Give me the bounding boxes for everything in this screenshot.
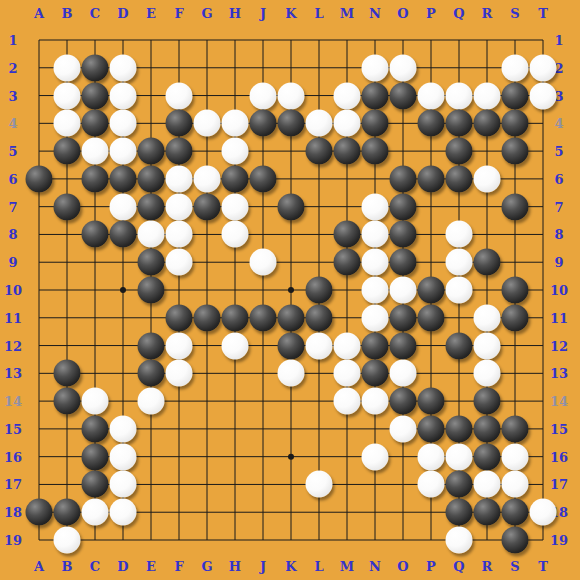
white-stone-B4: [54, 110, 81, 137]
white-stone-P17: [418, 471, 445, 498]
black-stone-R14: [474, 388, 501, 415]
black-stone-C15: [82, 415, 109, 442]
black-stone-Q18: [446, 499, 473, 526]
black-stone-K12: [278, 332, 305, 359]
white-stone-P3: [418, 82, 445, 109]
white-stone-R12: [474, 332, 501, 359]
black-stone-L10: [306, 277, 333, 304]
white-stone-R11: [474, 304, 501, 331]
black-stone-Q12: [446, 332, 473, 359]
black-stone-C16: [82, 443, 109, 470]
white-stone-G4: [194, 110, 221, 137]
black-stone-K11: [278, 304, 305, 331]
row-label-left: 7: [8, 200, 17, 213]
white-stone-J9: [250, 249, 277, 276]
white-stone-Q8: [446, 221, 473, 248]
black-stone-A18: [26, 499, 53, 526]
white-stone-L4: [306, 110, 333, 137]
white-stone-K3: [278, 82, 305, 109]
white-stone-J3: [250, 82, 277, 109]
white-stone-T3: [530, 82, 557, 109]
black-stone-E13: [138, 360, 165, 387]
black-stone-P10: [418, 277, 445, 304]
black-stone-D8: [110, 221, 137, 248]
row-label-right: 6: [554, 172, 563, 185]
column-label-bottom: K: [285, 560, 296, 573]
row-label-left: 1: [8, 34, 17, 47]
black-stone-Q17: [446, 471, 473, 498]
column-label-bottom: B: [62, 560, 73, 573]
white-stone-D17: [110, 471, 137, 498]
black-stone-L11: [306, 304, 333, 331]
row-label-left: 5: [8, 145, 17, 158]
black-stone-E10: [138, 277, 165, 304]
white-stone-R13: [474, 360, 501, 387]
white-stone-S2: [502, 54, 529, 81]
black-stone-O9: [390, 249, 417, 276]
black-stone-R9: [474, 249, 501, 276]
white-stone-T2: [530, 54, 557, 81]
black-stone-R18: [474, 499, 501, 526]
white-stone-B3: [54, 82, 81, 109]
white-stone-N11: [362, 304, 389, 331]
row-label-left: 6: [8, 172, 17, 185]
row-label-left: 10: [4, 284, 22, 297]
column-label-bottom: R: [482, 560, 493, 573]
white-stone-G6: [194, 165, 221, 192]
black-stone-M8: [334, 221, 361, 248]
row-label-left: 13: [4, 367, 22, 380]
row-label-right: 9: [554, 256, 563, 269]
row-label-right: 5: [554, 145, 563, 158]
white-stone-K13: [278, 360, 305, 387]
black-stone-C17: [82, 471, 109, 498]
star-point: [288, 454, 294, 460]
white-stone-D2: [110, 54, 137, 81]
black-stone-P6: [418, 165, 445, 192]
column-label-top: F: [174, 7, 183, 20]
white-stone-H8: [222, 221, 249, 248]
black-stone-R16: [474, 443, 501, 470]
column-label-bottom: N: [369, 560, 381, 573]
black-stone-J6: [250, 165, 277, 192]
black-stone-J4: [250, 110, 277, 137]
row-label-left: 11: [4, 311, 22, 324]
white-stone-D15: [110, 415, 137, 442]
column-label-bottom: E: [146, 560, 156, 573]
row-label-left: 15: [4, 422, 22, 435]
row-label-left: 3: [8, 89, 17, 102]
white-stone-F7: [166, 193, 193, 220]
white-stone-C14: [82, 388, 109, 415]
white-stone-D16: [110, 443, 137, 470]
white-stone-C18: [82, 499, 109, 526]
white-stone-H4: [222, 110, 249, 137]
black-stone-F5: [166, 138, 193, 165]
row-label-right: 11: [550, 311, 568, 324]
white-stone-C5: [82, 138, 109, 165]
column-label-top: C: [90, 7, 100, 20]
row-label-left: 19: [4, 534, 22, 547]
row-label-right: 8: [554, 228, 563, 241]
column-label-top: Q: [453, 7, 464, 20]
star-point: [288, 287, 294, 293]
black-stone-C2: [82, 54, 109, 81]
row-label-right: 12: [550, 339, 568, 352]
black-stone-P4: [418, 110, 445, 137]
white-stone-N2: [362, 54, 389, 81]
column-label-top: O: [397, 7, 408, 20]
black-stone-P14: [418, 388, 445, 415]
column-label-bottom: D: [117, 560, 128, 573]
column-label-top: J: [260, 7, 266, 20]
black-stone-S7: [502, 193, 529, 220]
black-stone-N13: [362, 360, 389, 387]
white-stone-N14: [362, 388, 389, 415]
black-stone-S5: [502, 138, 529, 165]
black-stone-N4: [362, 110, 389, 137]
black-stone-O12: [390, 332, 417, 359]
black-stone-S11: [502, 304, 529, 331]
white-stone-O15: [390, 415, 417, 442]
black-stone-K7: [278, 193, 305, 220]
column-label-top: G: [201, 7, 212, 20]
black-stone-S4: [502, 110, 529, 137]
white-stone-O10: [390, 277, 417, 304]
black-stone-D6: [110, 165, 137, 192]
white-stone-N9: [362, 249, 389, 276]
column-label-bottom: M: [340, 560, 354, 573]
black-stone-N3: [362, 82, 389, 109]
black-stone-N5: [362, 138, 389, 165]
black-stone-O8: [390, 221, 417, 248]
row-label-right: 4: [554, 117, 563, 130]
white-stone-D7: [110, 193, 137, 220]
white-stone-B19: [54, 527, 81, 554]
column-label-top: E: [146, 7, 156, 20]
white-stone-L17: [306, 471, 333, 498]
column-label-top: T: [538, 7, 548, 20]
white-stone-O13: [390, 360, 417, 387]
black-stone-S3: [502, 82, 529, 109]
white-stone-D3: [110, 82, 137, 109]
white-stone-D5: [110, 138, 137, 165]
black-stone-O6: [390, 165, 417, 192]
black-stone-B7: [54, 193, 81, 220]
black-stone-F11: [166, 304, 193, 331]
white-stone-E8: [138, 221, 165, 248]
black-stone-B13: [54, 360, 81, 387]
column-label-top: L: [314, 7, 323, 20]
column-label-top: S: [510, 7, 519, 20]
black-stone-E6: [138, 165, 165, 192]
black-stone-S15: [502, 415, 529, 442]
white-stone-D4: [110, 110, 137, 137]
black-stone-H6: [222, 165, 249, 192]
black-stone-R4: [474, 110, 501, 137]
row-label-left: 12: [4, 339, 22, 352]
row-label-left: 2: [8, 61, 17, 74]
column-label-bottom: J: [260, 560, 266, 573]
column-label-top: R: [482, 7, 493, 20]
black-stone-B18: [54, 499, 81, 526]
white-stone-O2: [390, 54, 417, 81]
black-stone-E9: [138, 249, 165, 276]
white-stone-F8: [166, 221, 193, 248]
row-label-right: 7: [554, 200, 563, 213]
row-label-right: 16: [550, 450, 568, 463]
white-stone-M4: [334, 110, 361, 137]
column-label-bottom: H: [229, 560, 241, 573]
white-stone-Q10: [446, 277, 473, 304]
white-stone-Q19: [446, 527, 473, 554]
column-label-top: M: [340, 7, 354, 20]
white-stone-Q16: [446, 443, 473, 470]
column-label-bottom: O: [397, 560, 408, 573]
row-label-left: 18: [4, 506, 22, 519]
white-stone-F6: [166, 165, 193, 192]
white-stone-N8: [362, 221, 389, 248]
column-label-bottom: C: [90, 560, 100, 573]
row-label-left: 4: [8, 117, 17, 130]
white-stone-H5: [222, 138, 249, 165]
row-label-left: 17: [4, 478, 22, 491]
black-stone-S10: [502, 277, 529, 304]
column-label-bottom: G: [201, 560, 212, 573]
white-stone-H7: [222, 193, 249, 220]
black-stone-C8: [82, 221, 109, 248]
black-stone-S18: [502, 499, 529, 526]
row-label-left: 16: [4, 450, 22, 463]
row-label-right: 15: [550, 422, 568, 435]
black-stone-K4: [278, 110, 305, 137]
white-stone-Q9: [446, 249, 473, 276]
black-stone-S19: [502, 527, 529, 554]
black-stone-M9: [334, 249, 361, 276]
black-stone-E12: [138, 332, 165, 359]
black-stone-G11: [194, 304, 221, 331]
black-stone-F4: [166, 110, 193, 137]
black-stone-O14: [390, 388, 417, 415]
white-stone-F12: [166, 332, 193, 359]
black-stone-E7: [138, 193, 165, 220]
white-stone-D18: [110, 499, 137, 526]
column-label-bottom: T: [538, 560, 548, 573]
column-label-top: D: [117, 7, 128, 20]
black-stone-N12: [362, 332, 389, 359]
black-stone-Q5: [446, 138, 473, 165]
black-stone-C3: [82, 82, 109, 109]
white-stone-N7: [362, 193, 389, 220]
white-stone-N10: [362, 277, 389, 304]
row-label-right: 14: [550, 395, 568, 408]
row-label-right: 13: [550, 367, 568, 380]
white-stone-F13: [166, 360, 193, 387]
column-label-top: K: [285, 7, 296, 20]
black-stone-A6: [26, 165, 53, 192]
column-label-top: H: [229, 7, 241, 20]
row-label-right: 19: [550, 534, 568, 547]
column-label-bottom: S: [510, 560, 519, 573]
white-stone-S17: [502, 471, 529, 498]
black-stone-O3: [390, 82, 417, 109]
row-label-left: 9: [8, 256, 17, 269]
black-stone-O7: [390, 193, 417, 220]
black-stone-E5: [138, 138, 165, 165]
white-stone-R17: [474, 471, 501, 498]
row-label-right: 17: [550, 478, 568, 491]
black-stone-B14: [54, 388, 81, 415]
white-stone-E14: [138, 388, 165, 415]
white-stone-M13: [334, 360, 361, 387]
column-label-bottom: F: [174, 560, 183, 573]
row-label-right: 1: [554, 34, 563, 47]
column-label-top: A: [34, 7, 44, 20]
black-stone-R15: [474, 415, 501, 442]
white-stone-T18: [530, 499, 557, 526]
go-board[interactable]: ABCDEFGHJKLMNOPQRSTABCDEFGHJKLMNOPQRST12…: [0, 0, 580, 580]
black-stone-P11: [418, 304, 445, 331]
black-stone-B5: [54, 138, 81, 165]
white-stone-M3: [334, 82, 361, 109]
black-stone-J11: [250, 304, 277, 331]
black-stone-C4: [82, 110, 109, 137]
white-stone-N16: [362, 443, 389, 470]
black-stone-O11: [390, 304, 417, 331]
white-stone-P16: [418, 443, 445, 470]
black-stone-L5: [306, 138, 333, 165]
column-label-bottom: P: [426, 560, 436, 573]
white-stone-M14: [334, 388, 361, 415]
black-stone-H11: [222, 304, 249, 331]
column-label-bottom: A: [34, 560, 44, 573]
white-stone-B2: [54, 54, 81, 81]
column-label-top: B: [62, 7, 73, 20]
white-stone-F9: [166, 249, 193, 276]
black-stone-Q4: [446, 110, 473, 137]
white-stone-R6: [474, 165, 501, 192]
white-stone-R3: [474, 82, 501, 109]
star-point: [120, 287, 126, 293]
white-stone-H12: [222, 332, 249, 359]
black-stone-Q15: [446, 415, 473, 442]
white-stone-L12: [306, 332, 333, 359]
column-label-bottom: Q: [453, 560, 464, 573]
white-stone-S16: [502, 443, 529, 470]
black-stone-C6: [82, 165, 109, 192]
row-label-left: 8: [8, 228, 17, 241]
column-label-top: N: [369, 7, 381, 20]
black-stone-G7: [194, 193, 221, 220]
column-label-bottom: L: [314, 560, 323, 573]
white-stone-M12: [334, 332, 361, 359]
white-stone-F3: [166, 82, 193, 109]
column-label-top: P: [426, 7, 436, 20]
white-stone-Q3: [446, 82, 473, 109]
black-stone-M5: [334, 138, 361, 165]
row-label-left: 14: [4, 395, 22, 408]
black-stone-P15: [418, 415, 445, 442]
black-stone-Q6: [446, 165, 473, 192]
row-label-right: 10: [550, 284, 568, 297]
